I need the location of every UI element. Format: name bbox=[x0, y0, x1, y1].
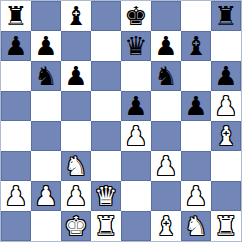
square-b2[interactable]: ♟ bbox=[31, 181, 61, 211]
square-h1[interactable]: ♜ bbox=[211, 211, 241, 241]
piece-white-pawn[interactable]: ♟ bbox=[151, 151, 181, 181]
piece-black-pawn[interactable]: ♟ bbox=[1, 31, 31, 61]
square-h3[interactable] bbox=[211, 151, 241, 181]
square-b3[interactable] bbox=[31, 151, 61, 181]
square-g1[interactable]: ♞ bbox=[181, 211, 211, 241]
square-a1[interactable] bbox=[1, 211, 31, 241]
square-e8[interactable]: ♚ bbox=[121, 1, 151, 31]
square-f5[interactable] bbox=[151, 91, 181, 121]
square-c7[interactable] bbox=[61, 31, 91, 61]
square-g4[interactable] bbox=[181, 121, 211, 151]
square-e4[interactable]: ♟ bbox=[121, 121, 151, 151]
piece-white-queen[interactable]: ♛ bbox=[91, 181, 121, 211]
square-h6[interactable]: ♟ bbox=[211, 61, 241, 91]
square-d2[interactable]: ♛ bbox=[91, 181, 121, 211]
square-d5[interactable] bbox=[91, 91, 121, 121]
piece-black-bishop[interactable]: ♝ bbox=[181, 31, 211, 61]
square-g6[interactable] bbox=[181, 61, 211, 91]
square-g2[interactable]: ♟ bbox=[181, 181, 211, 211]
piece-white-pawn[interactable]: ♟ bbox=[121, 121, 151, 151]
piece-white-bishop[interactable]: ♝ bbox=[211, 121, 241, 151]
square-d6[interactable] bbox=[91, 61, 121, 91]
square-e6[interactable] bbox=[121, 61, 151, 91]
piece-black-rook[interactable]: ♜ bbox=[1, 1, 31, 31]
piece-black-bishop[interactable]: ♝ bbox=[61, 1, 91, 31]
square-f3[interactable]: ♟ bbox=[151, 151, 181, 181]
square-c2[interactable]: ♟ bbox=[61, 181, 91, 211]
square-e5[interactable]: ♟ bbox=[121, 91, 151, 121]
square-e3[interactable] bbox=[121, 151, 151, 181]
square-b6[interactable]: ♞ bbox=[31, 61, 61, 91]
square-b1[interactable] bbox=[31, 211, 61, 241]
square-g3[interactable] bbox=[181, 151, 211, 181]
piece-black-knight[interactable]: ♞ bbox=[151, 61, 181, 91]
square-c8[interactable]: ♝ bbox=[61, 1, 91, 31]
square-a7[interactable]: ♟ bbox=[1, 31, 31, 61]
piece-black-king[interactable]: ♚ bbox=[121, 1, 151, 31]
piece-black-pawn[interactable]: ♟ bbox=[151, 31, 181, 61]
piece-black-knight[interactable]: ♞ bbox=[31, 61, 61, 91]
square-d3[interactable] bbox=[91, 151, 121, 181]
piece-black-pawn[interactable]: ♟ bbox=[211, 61, 241, 91]
square-a2[interactable]: ♟ bbox=[1, 181, 31, 211]
chess-board: ♜♝♚♜♟♟♛♟♝♞♟♞♟♟♟♟♟♝♞♟♟♟♟♛♟♚♜♝♞♜ bbox=[0, 0, 242, 242]
square-f1[interactable]: ♝ bbox=[151, 211, 181, 241]
piece-white-knight[interactable]: ♞ bbox=[181, 211, 211, 241]
square-a8[interactable]: ♜ bbox=[1, 1, 31, 31]
square-h4[interactable]: ♝ bbox=[211, 121, 241, 151]
square-b5[interactable] bbox=[31, 91, 61, 121]
square-c4[interactable] bbox=[61, 121, 91, 151]
square-f6[interactable]: ♞ bbox=[151, 61, 181, 91]
square-a5[interactable] bbox=[1, 91, 31, 121]
piece-white-pawn[interactable]: ♟ bbox=[31, 181, 61, 211]
square-g5[interactable]: ♟ bbox=[181, 91, 211, 121]
square-d4[interactable] bbox=[91, 121, 121, 151]
piece-black-pawn[interactable]: ♟ bbox=[61, 61, 91, 91]
square-c6[interactable]: ♟ bbox=[61, 61, 91, 91]
square-h8[interactable]: ♜ bbox=[211, 1, 241, 31]
piece-white-pawn[interactable]: ♟ bbox=[181, 181, 211, 211]
square-f8[interactable] bbox=[151, 1, 181, 31]
square-e2[interactable] bbox=[121, 181, 151, 211]
square-f7[interactable]: ♟ bbox=[151, 31, 181, 61]
square-b7[interactable]: ♟ bbox=[31, 31, 61, 61]
piece-white-knight[interactable]: ♞ bbox=[61, 151, 91, 181]
piece-black-queen[interactable]: ♛ bbox=[121, 31, 151, 61]
piece-white-pawn[interactable]: ♟ bbox=[211, 91, 241, 121]
square-h5[interactable]: ♟ bbox=[211, 91, 241, 121]
square-a3[interactable] bbox=[1, 151, 31, 181]
piece-white-pawn[interactable]: ♟ bbox=[61, 181, 91, 211]
square-d8[interactable] bbox=[91, 1, 121, 31]
square-c3[interactable]: ♞ bbox=[61, 151, 91, 181]
square-g7[interactable]: ♝ bbox=[181, 31, 211, 61]
square-a4[interactable] bbox=[1, 121, 31, 151]
piece-black-pawn[interactable]: ♟ bbox=[31, 31, 61, 61]
square-b8[interactable] bbox=[31, 1, 61, 31]
square-b4[interactable] bbox=[31, 121, 61, 151]
square-g8[interactable] bbox=[181, 1, 211, 31]
square-c5[interactable] bbox=[61, 91, 91, 121]
square-e1[interactable] bbox=[121, 211, 151, 241]
piece-white-king[interactable]: ♚ bbox=[61, 211, 91, 241]
piece-black-rook[interactable]: ♜ bbox=[211, 1, 241, 31]
square-f4[interactable] bbox=[151, 121, 181, 151]
square-h2[interactable] bbox=[211, 181, 241, 211]
piece-black-pawn[interactable]: ♟ bbox=[121, 91, 151, 121]
piece-white-bishop[interactable]: ♝ bbox=[151, 211, 181, 241]
square-e7[interactable]: ♛ bbox=[121, 31, 151, 61]
square-c1[interactable]: ♚ bbox=[61, 211, 91, 241]
piece-white-rook[interactable]: ♜ bbox=[211, 211, 241, 241]
piece-white-rook[interactable]: ♜ bbox=[91, 211, 121, 241]
piece-black-pawn[interactable]: ♟ bbox=[181, 91, 211, 121]
square-f2[interactable] bbox=[151, 181, 181, 211]
square-d1[interactable]: ♜ bbox=[91, 211, 121, 241]
square-a6[interactable] bbox=[1, 61, 31, 91]
square-d7[interactable] bbox=[91, 31, 121, 61]
piece-white-pawn[interactable]: ♟ bbox=[1, 181, 31, 211]
square-h7[interactable] bbox=[211, 31, 241, 61]
